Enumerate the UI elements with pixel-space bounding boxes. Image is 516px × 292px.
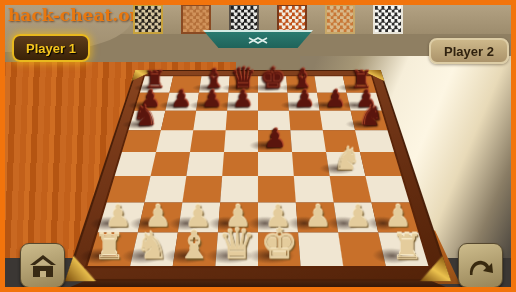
square-d7[interactable]: ♟ [227, 93, 258, 111]
black-knight-a6[interactable]: ♞ [126, 101, 164, 130]
black-pawn-e5[interactable]: ♟ [255, 125, 295, 151]
square-e5[interactable]: ♟ [258, 130, 292, 152]
theme-classic-tan-black[interactable] [133, 4, 163, 34]
square-c6[interactable] [193, 111, 227, 131]
double-chevron-icon [245, 36, 271, 45]
square-a6[interactable]: ♞ [129, 111, 166, 131]
square-g2[interactable]: ♟ [334, 203, 379, 233]
board-frame: ♜♝♛♚♝♜♟♟♟♟♟♟♟♞♞♟♞♟♟♟♟♟♟♟♟♜♞♝♛♚♜ [65, 70, 451, 281]
square-f7[interactable]: ♟ [288, 93, 320, 111]
square-f5[interactable] [290, 130, 326, 152]
theme-tan-orange[interactable] [325, 4, 355, 34]
watermark: hack-cheat.org [8, 5, 150, 25]
white-knight-g4[interactable]: ♞ [326, 144, 368, 176]
board-theme-picker [133, 4, 403, 34]
square-d6[interactable] [226, 111, 258, 131]
square-c4[interactable] [186, 152, 224, 176]
curved-redo-arrow-icon [466, 253, 496, 279]
theme-white-dark[interactable] [373, 4, 403, 34]
home-button[interactable] [20, 243, 65, 288]
black-knight-h6[interactable]: ♞ [352, 101, 390, 130]
theme-orange-tan[interactable] [181, 4, 211, 34]
home-icon [30, 255, 56, 277]
square-b6[interactable] [161, 111, 196, 131]
theme-picker-collapse-tab[interactable] [203, 30, 313, 48]
square-g7[interactable]: ♟ [317, 93, 351, 111]
square-e1[interactable]: ♚ [258, 232, 301, 266]
white-rook-h1[interactable]: ♜ [382, 230, 432, 265]
chess-board: ♜♝♛♚♝♜♟♟♟♟♟♟♟♞♞♟♞♟♟♟♟♟♟♟♟♜♞♝♛♚♜ [84, 75, 431, 268]
square-h1[interactable]: ♜ [378, 232, 428, 266]
square-b4[interactable] [151, 152, 190, 176]
square-d1[interactable]: ♛ [215, 232, 258, 266]
square-b5[interactable] [156, 130, 193, 152]
square-h6[interactable]: ♞ [351, 111, 388, 131]
square-e4[interactable] [258, 152, 294, 176]
square-f1[interactable] [298, 232, 343, 266]
player1-label: Player 1 [26, 41, 76, 56]
square-c5[interactable] [190, 130, 226, 152]
square-a4[interactable] [115, 152, 156, 176]
theme-white-orange[interactable] [277, 4, 307, 34]
square-e8[interactable]: ♚ [258, 76, 288, 92]
player2-button[interactable]: Player 2 [429, 38, 509, 64]
white-king-e1[interactable]: ♚ [254, 222, 304, 265]
player1-button[interactable]: Player 1 [12, 34, 90, 62]
square-d4[interactable] [222, 152, 258, 176]
square-d5[interactable] [224, 130, 258, 152]
square-g4[interactable]: ♞ [326, 152, 365, 176]
theme-white-black[interactable] [229, 4, 259, 34]
redo-button[interactable] [458, 243, 503, 288]
player2-label: Player 2 [444, 44, 494, 59]
black-pawn-d7[interactable]: ♟ [224, 87, 260, 111]
square-a5[interactable] [122, 130, 161, 152]
